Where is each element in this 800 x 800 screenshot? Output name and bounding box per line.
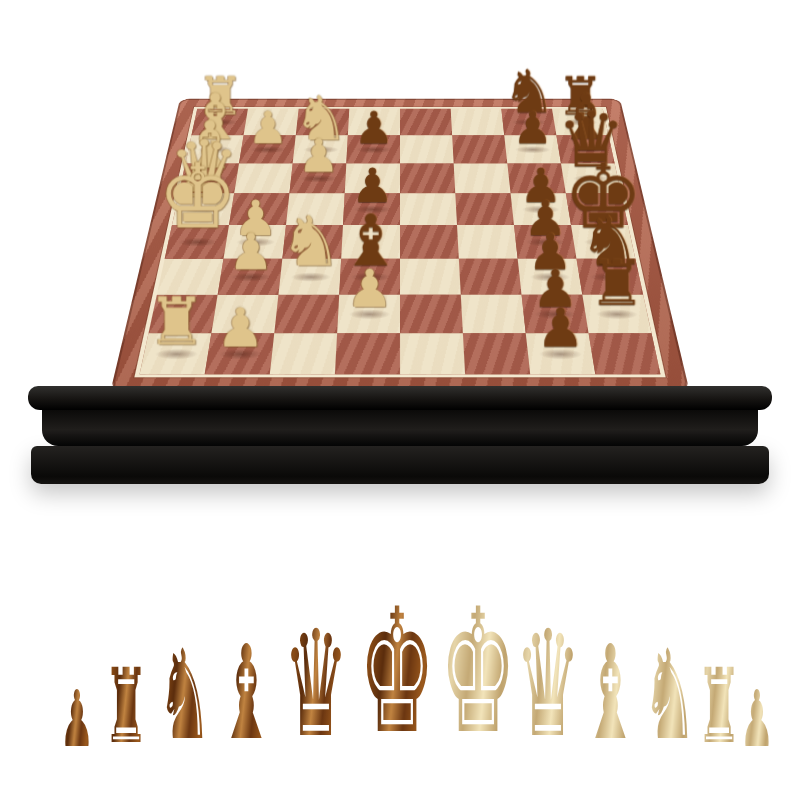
rook-icon: ♜ [696,656,742,757]
base-molding [42,410,758,446]
king-icon: ♚ [440,588,517,757]
pawn-icon: ♟ [59,681,94,757]
knight-icon: ♞ [157,635,213,757]
pawn-icon: ♟ [448,300,672,354]
pawn-icon: ♟ [128,300,352,354]
product-photo: ♜♞♜♝♟♞♟♟♝♝♟♛♛♟♟♚♟♟♚♟♞♝♟♞♟♟♜♜♟♟ ♟♜♞♝♛♚♚♛♝… [0,0,800,800]
queen-icon: ♛ [515,613,581,757]
square-h2: ♟ [205,333,275,374]
bishop-icon: ♝ [217,630,275,757]
base-foot [31,446,769,484]
rook-icon: ♜ [103,656,149,757]
square-h7: ♟ [526,333,596,374]
knight-icon: ♞ [642,635,698,757]
bishop-icon: ♝ [581,630,639,757]
board-squares: ♜♞♜♝♟♞♟♟♝♝♟♛♛♟♟♚♟♟♚♟♞♝♟♞♟♟♜♜♟♟ [140,109,661,375]
base-rim [28,386,772,410]
pawn-icon: ♟ [739,681,774,757]
chess-board: ♜♞♜♝♟♞♟♟♝♝♟♛♛♟♟♚♟♟♚♟♞♝♟♞♟♟♜♜♟♟ [110,99,689,391]
piece-lineup: ♟♜♞♝♛♚♚♛♝♞♜♟ [0,552,800,757]
king-icon: ♚ [359,588,436,757]
queen-icon: ♛ [283,613,349,757]
lineup-dark-pawn: ♟ [42,681,78,757]
board-base [28,386,772,484]
